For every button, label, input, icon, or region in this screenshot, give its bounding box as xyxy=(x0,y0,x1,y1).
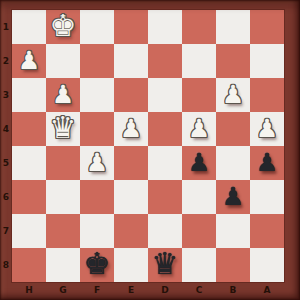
square-d7[interactable] xyxy=(148,214,182,248)
square-h7[interactable] xyxy=(12,214,46,248)
square-a5[interactable]: ♟ xyxy=(250,146,284,180)
square-e7[interactable] xyxy=(114,214,148,248)
square-h3[interactable] xyxy=(12,78,46,112)
square-h5[interactable] xyxy=(12,146,46,180)
rank-label-6: 6 xyxy=(0,180,12,214)
square-f6[interactable] xyxy=(80,180,114,214)
square-b7[interactable] xyxy=(216,214,250,248)
white-queen-g4[interactable]: ♛ xyxy=(50,113,77,143)
square-d1[interactable] xyxy=(148,10,182,44)
black-king-f8[interactable]: ♚ xyxy=(84,249,111,279)
square-a8[interactable] xyxy=(250,248,284,282)
square-e1[interactable] xyxy=(114,10,148,44)
square-c8[interactable] xyxy=(182,248,216,282)
square-g3[interactable]: ♟ xyxy=(46,78,80,112)
square-b2[interactable] xyxy=(216,44,250,78)
black-queen-d8[interactable]: ♛ xyxy=(152,249,179,279)
square-g1[interactable]: ♚ xyxy=(46,10,80,44)
square-e4[interactable]: ♟ xyxy=(114,112,148,146)
square-b8[interactable] xyxy=(216,248,250,282)
square-e8[interactable] xyxy=(114,248,148,282)
square-b4[interactable] xyxy=(216,112,250,146)
square-c1[interactable] xyxy=(182,10,216,44)
square-b3[interactable]: ♟ xyxy=(216,78,250,112)
square-d4[interactable] xyxy=(148,112,182,146)
square-d5[interactable] xyxy=(148,146,182,180)
square-e2[interactable] xyxy=(114,44,148,78)
rank-label-5: 5 xyxy=(0,146,12,180)
square-b5[interactable] xyxy=(216,146,250,180)
square-d8[interactable]: ♛ xyxy=(148,248,182,282)
square-g7[interactable] xyxy=(46,214,80,248)
square-h8[interactable] xyxy=(12,248,46,282)
square-c3[interactable] xyxy=(182,78,216,112)
rank-label-7: 7 xyxy=(0,214,12,248)
square-f8[interactable]: ♚ xyxy=(80,248,114,282)
white-pawn-h2[interactable]: ♟ xyxy=(18,48,40,73)
square-c7[interactable] xyxy=(182,214,216,248)
square-b6[interactable]: ♟ xyxy=(216,180,250,214)
square-d6[interactable] xyxy=(148,180,182,214)
square-f7[interactable] xyxy=(80,214,114,248)
square-c2[interactable] xyxy=(182,44,216,78)
white-pawn-b3[interactable]: ♟ xyxy=(222,82,244,107)
square-h4[interactable] xyxy=(12,112,46,146)
black-pawn-b6[interactable]: ♟ xyxy=(222,184,244,209)
file-label-f: F xyxy=(80,283,114,296)
square-h6[interactable] xyxy=(12,180,46,214)
chess-board-frame: 12345678 ♚♟♟♟♛♟♟♟♟♟♟♟♚♛ HGFEDCBA xyxy=(0,0,300,300)
rank-label-2: 2 xyxy=(0,44,12,78)
file-label-e: E xyxy=(114,283,148,296)
square-f5[interactable]: ♟ xyxy=(80,146,114,180)
rank-label-4: 4 xyxy=(0,112,12,146)
rank-label-8: 8 xyxy=(0,248,12,282)
square-c4[interactable]: ♟ xyxy=(182,112,216,146)
white-pawn-g3[interactable]: ♟ xyxy=(52,82,74,107)
square-e6[interactable] xyxy=(114,180,148,214)
file-label-g: G xyxy=(46,283,80,296)
square-f4[interactable] xyxy=(80,112,114,146)
square-f2[interactable] xyxy=(80,44,114,78)
square-h1[interactable] xyxy=(12,10,46,44)
file-label-a: A xyxy=(250,283,284,296)
file-label-b: B xyxy=(216,283,250,296)
rank-label-3: 3 xyxy=(0,78,12,112)
square-f3[interactable] xyxy=(80,78,114,112)
square-g5[interactable] xyxy=(46,146,80,180)
square-c5[interactable]: ♟ xyxy=(182,146,216,180)
square-b1[interactable] xyxy=(216,10,250,44)
white-king-g1[interactable]: ♚ xyxy=(50,11,77,41)
square-g6[interactable] xyxy=(46,180,80,214)
rank-labels: 12345678 xyxy=(0,10,12,282)
square-f1[interactable] xyxy=(80,10,114,44)
square-h2[interactable]: ♟ xyxy=(12,44,46,78)
white-pawn-e4[interactable]: ♟ xyxy=(120,116,142,141)
square-a7[interactable] xyxy=(250,214,284,248)
square-d2[interactable] xyxy=(148,44,182,78)
square-a4[interactable]: ♟ xyxy=(250,112,284,146)
square-a2[interactable] xyxy=(250,44,284,78)
square-a3[interactable] xyxy=(250,78,284,112)
black-pawn-a5[interactable]: ♟ xyxy=(256,150,278,175)
file-label-c: C xyxy=(182,283,216,296)
square-g4[interactable]: ♛ xyxy=(46,112,80,146)
file-label-d: D xyxy=(148,283,182,296)
square-a6[interactable] xyxy=(250,180,284,214)
white-pawn-f5[interactable]: ♟ xyxy=(86,150,108,175)
square-e3[interactable] xyxy=(114,78,148,112)
square-g8[interactable] xyxy=(46,248,80,282)
square-e5[interactable] xyxy=(114,146,148,180)
white-pawn-c4[interactable]: ♟ xyxy=(188,116,210,141)
white-pawn-a4[interactable]: ♟ xyxy=(256,116,278,141)
square-a1[interactable] xyxy=(250,10,284,44)
square-g2[interactable] xyxy=(46,44,80,78)
chess-board: ♚♟♟♟♛♟♟♟♟♟♟♟♚♛ xyxy=(12,10,284,282)
square-c6[interactable] xyxy=(182,180,216,214)
black-pawn-c5[interactable]: ♟ xyxy=(188,150,210,175)
file-labels: HGFEDCBA xyxy=(12,283,284,296)
rank-label-1: 1 xyxy=(0,10,12,44)
square-d3[interactable] xyxy=(148,78,182,112)
file-label-h: H xyxy=(12,283,46,296)
